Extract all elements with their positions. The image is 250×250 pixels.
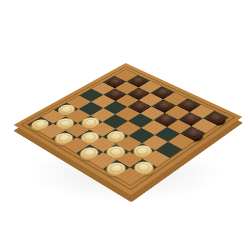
board-tilt-wrapper (14, 63, 243, 195)
product-photo-stage (0, 0, 250, 250)
scene-3d (0, 0, 250, 250)
board-grid (28, 70, 229, 186)
checkers-board (14, 63, 243, 195)
